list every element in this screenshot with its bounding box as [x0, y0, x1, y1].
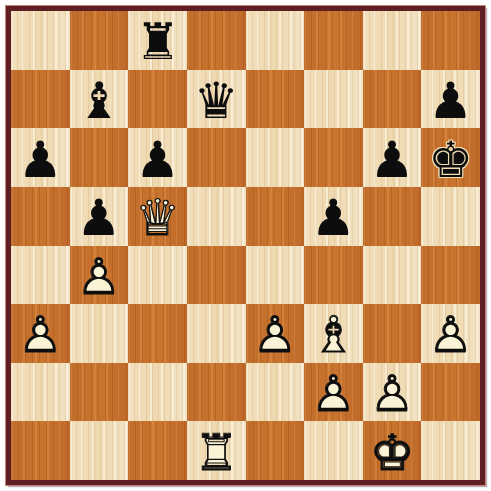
piece-white-pawn[interactable]: ♟♙	[428, 310, 473, 360]
square-c7[interactable]	[128, 70, 187, 129]
square-d6[interactable]	[187, 128, 246, 187]
square-f3[interactable]: ♝♗	[304, 304, 363, 363]
piece-fill-glyph: ♜	[135, 17, 180, 67]
piece-outline-glyph: ♙	[370, 369, 415, 419]
piece-white-pawn[interactable]: ♟♙	[77, 252, 122, 302]
piece-outline-glyph: ♔	[370, 428, 415, 478]
piece-outline-glyph: ♙	[252, 310, 297, 360]
square-b7[interactable]: ♝	[70, 70, 129, 129]
square-g1[interactable]: ♚♔	[363, 421, 422, 480]
square-g2[interactable]: ♟♙	[363, 363, 422, 422]
square-h3[interactable]: ♟♙	[421, 304, 480, 363]
square-e3[interactable]: ♟♙	[246, 304, 305, 363]
square-c5[interactable]: ♛♕	[128, 187, 187, 246]
square-f7[interactable]	[304, 70, 363, 129]
square-g8[interactable]	[363, 11, 422, 70]
square-f4[interactable]	[304, 246, 363, 305]
square-h1[interactable]	[421, 421, 480, 480]
square-a1[interactable]	[11, 421, 70, 480]
square-b3[interactable]	[70, 304, 129, 363]
piece-fill-glyph: ♟	[428, 76, 473, 126]
piece-white-bishop[interactable]: ♝♗	[311, 310, 356, 360]
square-a3[interactable]: ♟♙	[11, 304, 70, 363]
piece-white-pawn[interactable]: ♟♙	[311, 369, 356, 419]
square-g4[interactable]	[363, 246, 422, 305]
piece-outline-glyph: ♙	[311, 369, 356, 419]
square-b1[interactable]	[70, 421, 129, 480]
square-a5[interactable]	[11, 187, 70, 246]
piece-outline-glyph: ♗	[311, 310, 356, 360]
square-h5[interactable]	[421, 187, 480, 246]
piece-outline-glyph: ♙	[18, 310, 63, 360]
square-g5[interactable]	[363, 187, 422, 246]
piece-black-pawn[interactable]: ♟	[18, 135, 63, 185]
square-b5[interactable]: ♟	[70, 187, 129, 246]
piece-black-pawn[interactable]: ♟	[135, 135, 180, 185]
square-e1[interactable]	[246, 421, 305, 480]
square-d2[interactable]	[187, 363, 246, 422]
square-a4[interactable]	[11, 246, 70, 305]
piece-black-pawn[interactable]: ♟	[428, 76, 473, 126]
square-h2[interactable]	[421, 363, 480, 422]
piece-black-pawn[interactable]: ♟	[370, 135, 415, 185]
piece-white-pawn[interactable]: ♟♙	[370, 369, 415, 419]
square-b2[interactable]	[70, 363, 129, 422]
square-g6[interactable]: ♟	[363, 128, 422, 187]
piece-fill-glyph: ♟	[18, 135, 63, 185]
piece-outline-glyph: ♙	[428, 310, 473, 360]
square-f8[interactable]	[304, 11, 363, 70]
square-c8[interactable]: ♜	[128, 11, 187, 70]
square-b8[interactable]	[70, 11, 129, 70]
square-b6[interactable]	[70, 128, 129, 187]
square-c3[interactable]	[128, 304, 187, 363]
square-d3[interactable]	[187, 304, 246, 363]
piece-white-queen[interactable]: ♛♕	[135, 193, 180, 243]
square-d5[interactable]	[187, 187, 246, 246]
piece-black-rook[interactable]: ♜	[135, 17, 180, 67]
square-a7[interactable]	[11, 70, 70, 129]
square-f2[interactable]: ♟♙	[304, 363, 363, 422]
square-f5[interactable]: ♟	[304, 187, 363, 246]
piece-black-pawn[interactable]: ♟	[77, 193, 122, 243]
piece-fill-glyph: ♛	[194, 76, 239, 126]
piece-outline-glyph: ♙	[77, 252, 122, 302]
chess-board: ♜♝♛♟♟♟♟♚♟♛♕♟♟♙♟♙♟♙♝♗♟♙♟♙♟♙♜♖♚♔	[11, 11, 480, 480]
square-f1[interactable]	[304, 421, 363, 480]
square-c2[interactable]	[128, 363, 187, 422]
piece-fill-glyph: ♟	[370, 135, 415, 185]
square-d8[interactable]	[187, 11, 246, 70]
square-c6[interactable]: ♟	[128, 128, 187, 187]
square-b4[interactable]: ♟♙	[70, 246, 129, 305]
piece-white-pawn[interactable]: ♟♙	[18, 310, 63, 360]
square-h8[interactable]	[421, 11, 480, 70]
piece-black-queen[interactable]: ♛	[194, 76, 239, 126]
square-a8[interactable]	[11, 11, 70, 70]
piece-fill-glyph: ♚	[428, 135, 473, 185]
square-f6[interactable]	[304, 128, 363, 187]
piece-outline-glyph: ♖	[194, 428, 239, 478]
square-g7[interactable]	[363, 70, 422, 129]
piece-black-bishop[interactable]: ♝	[77, 76, 122, 126]
square-h6[interactable]: ♚	[421, 128, 480, 187]
square-g3[interactable]	[363, 304, 422, 363]
piece-fill-glyph: ♝	[77, 76, 122, 126]
square-c4[interactable]	[128, 246, 187, 305]
square-d1[interactable]: ♜♖	[187, 421, 246, 480]
square-a2[interactable]	[11, 363, 70, 422]
square-e5[interactable]	[246, 187, 305, 246]
piece-white-pawn[interactable]: ♟♙	[252, 310, 297, 360]
page: ♜♝♛♟♟♟♟♚♟♛♕♟♟♙♟♙♟♙♝♗♟♙♟♙♟♙♜♖♚♔	[0, 0, 491, 491]
square-a6[interactable]: ♟	[11, 128, 70, 187]
piece-fill-glyph: ♟	[135, 135, 180, 185]
piece-outline-glyph: ♕	[135, 193, 180, 243]
square-d7[interactable]: ♛	[187, 70, 246, 129]
square-e2[interactable]	[246, 363, 305, 422]
square-h4[interactable]	[421, 246, 480, 305]
piece-white-king[interactable]: ♚♔	[370, 428, 415, 478]
board-frame: ♜♝♛♟♟♟♟♚♟♛♕♟♟♙♟♙♟♙♝♗♟♙♟♙♟♙♜♖♚♔	[6, 6, 485, 485]
piece-black-pawn[interactable]: ♟	[311, 193, 356, 243]
square-e6[interactable]	[246, 128, 305, 187]
square-e8[interactable]	[246, 11, 305, 70]
square-e4[interactable]	[246, 246, 305, 305]
piece-fill-glyph: ♟	[77, 193, 122, 243]
piece-white-rook[interactable]: ♜♖	[194, 428, 239, 478]
square-c1[interactable]	[128, 421, 187, 480]
piece-fill-glyph: ♟	[311, 193, 356, 243]
piece-black-king[interactable]: ♚	[428, 135, 473, 185]
square-d4[interactable]	[187, 246, 246, 305]
square-e7[interactable]	[246, 70, 305, 129]
square-h7[interactable]: ♟	[421, 70, 480, 129]
